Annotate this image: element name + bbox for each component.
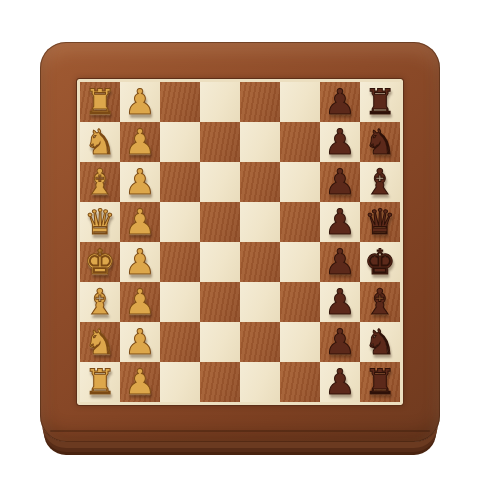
square-a2[interactable]: ♟ (120, 82, 160, 122)
square-g8[interactable]: ♞ (360, 322, 400, 362)
square-g6[interactable] (280, 322, 320, 362)
square-g3[interactable] (160, 322, 200, 362)
square-h6[interactable] (280, 362, 320, 402)
square-c5[interactable] (240, 162, 280, 202)
square-d2[interactable]: ♟ (120, 202, 160, 242)
square-e2[interactable]: ♟ (120, 242, 160, 282)
square-e6[interactable] (280, 242, 320, 282)
square-b1[interactable]: ♞ (80, 122, 120, 162)
wooden-chess-box: ♜♟♟♜♞♟♟♞♝♟♟♝♛♟♟♛♚♟♟♚♝♟♟♝♞♟♟♞♜♟♟♜ (40, 42, 440, 442)
square-c3[interactable] (160, 162, 200, 202)
square-d7[interactable]: ♟ (320, 202, 360, 242)
square-f3[interactable] (160, 282, 200, 322)
black-rook[interactable]: ♜ (360, 362, 400, 402)
black-pawn[interactable]: ♟ (320, 122, 360, 162)
board-frame: ♜♟♟♜♞♟♟♞♝♟♟♝♛♟♟♛♚♟♟♚♝♟♟♝♞♟♟♞♜♟♟♜ (77, 79, 403, 405)
black-knight[interactable]: ♞ (360, 122, 400, 162)
square-c7[interactable]: ♟ (320, 162, 360, 202)
white-pawn[interactable]: ♟ (120, 202, 160, 242)
square-g5[interactable] (240, 322, 280, 362)
square-b2[interactable]: ♟ (120, 122, 160, 162)
square-g2[interactable]: ♟ (120, 322, 160, 362)
square-a1[interactable]: ♜ (80, 82, 120, 122)
black-queen[interactable]: ♛ (360, 202, 400, 242)
square-e4[interactable] (200, 242, 240, 282)
square-d1[interactable]: ♛ (80, 202, 120, 242)
square-h1[interactable]: ♜ (80, 362, 120, 402)
square-b7[interactable]: ♟ (320, 122, 360, 162)
square-f5[interactable] (240, 282, 280, 322)
square-b5[interactable] (240, 122, 280, 162)
white-king[interactable]: ♚ (80, 242, 120, 282)
square-a8[interactable]: ♜ (360, 82, 400, 122)
square-g7[interactable]: ♟ (320, 322, 360, 362)
square-c8[interactable]: ♝ (360, 162, 400, 202)
black-pawn[interactable]: ♟ (320, 282, 360, 322)
square-b4[interactable] (200, 122, 240, 162)
square-f6[interactable] (280, 282, 320, 322)
square-b8[interactable]: ♞ (360, 122, 400, 162)
square-f7[interactable]: ♟ (320, 282, 360, 322)
square-e3[interactable] (160, 242, 200, 282)
white-knight[interactable]: ♞ (80, 122, 120, 162)
square-f2[interactable]: ♟ (120, 282, 160, 322)
white-rook[interactable]: ♜ (80, 362, 120, 402)
square-d3[interactable] (160, 202, 200, 242)
square-h4[interactable] (200, 362, 240, 402)
black-pawn[interactable]: ♟ (320, 162, 360, 202)
white-pawn[interactable]: ♟ (120, 322, 160, 362)
square-f4[interactable] (200, 282, 240, 322)
square-a6[interactable] (280, 82, 320, 122)
square-f8[interactable]: ♝ (360, 282, 400, 322)
white-queen[interactable]: ♛ (80, 202, 120, 242)
white-pawn[interactable]: ♟ (120, 242, 160, 282)
chess-board: ♜♟♟♜♞♟♟♞♝♟♟♝♛♟♟♛♚♟♟♚♝♟♟♝♞♟♟♞♜♟♟♜ (80, 82, 400, 402)
white-bishop[interactable]: ♝ (80, 162, 120, 202)
square-d8[interactable]: ♛ (360, 202, 400, 242)
square-b3[interactable] (160, 122, 200, 162)
black-pawn[interactable]: ♟ (320, 202, 360, 242)
white-rook[interactable]: ♜ (80, 82, 120, 122)
white-pawn[interactable]: ♟ (120, 282, 160, 322)
black-bishop[interactable]: ♝ (360, 162, 400, 202)
black-bishop[interactable]: ♝ (360, 282, 400, 322)
black-knight[interactable]: ♞ (360, 322, 400, 362)
white-pawn[interactable]: ♟ (120, 122, 160, 162)
white-bishop[interactable]: ♝ (80, 282, 120, 322)
black-pawn[interactable]: ♟ (320, 322, 360, 362)
square-e8[interactable]: ♚ (360, 242, 400, 282)
white-pawn[interactable]: ♟ (120, 162, 160, 202)
square-h5[interactable] (240, 362, 280, 402)
white-pawn[interactable]: ♟ (120, 362, 160, 402)
black-pawn[interactable]: ♟ (320, 362, 360, 402)
square-c4[interactable] (200, 162, 240, 202)
square-a3[interactable] (160, 82, 200, 122)
square-d4[interactable] (200, 202, 240, 242)
square-e5[interactable] (240, 242, 280, 282)
square-f1[interactable]: ♝ (80, 282, 120, 322)
square-c6[interactable] (280, 162, 320, 202)
black-pawn[interactable]: ♟ (320, 242, 360, 282)
square-d6[interactable] (280, 202, 320, 242)
black-rook[interactable]: ♜ (360, 82, 400, 122)
square-a5[interactable] (240, 82, 280, 122)
square-a4[interactable] (200, 82, 240, 122)
black-king[interactable]: ♚ (360, 242, 400, 282)
square-a7[interactable]: ♟ (320, 82, 360, 122)
square-c2[interactable]: ♟ (120, 162, 160, 202)
square-h3[interactable] (160, 362, 200, 402)
square-c1[interactable]: ♝ (80, 162, 120, 202)
square-d5[interactable] (240, 202, 280, 242)
white-knight[interactable]: ♞ (80, 322, 120, 362)
square-e1[interactable]: ♚ (80, 242, 120, 282)
square-e7[interactable]: ♟ (320, 242, 360, 282)
black-pawn[interactable]: ♟ (320, 82, 360, 122)
product-photo-scene: ♜♟♟♜♞♟♟♞♝♟♟♝♛♟♟♛♚♟♟♚♝♟♟♝♞♟♟♞♜♟♟♜ (0, 0, 480, 480)
square-g1[interactable]: ♞ (80, 322, 120, 362)
square-h7[interactable]: ♟ (320, 362, 360, 402)
square-h2[interactable]: ♟ (120, 362, 160, 402)
square-g4[interactable] (200, 322, 240, 362)
white-pawn[interactable]: ♟ (120, 82, 160, 122)
square-b6[interactable] (280, 122, 320, 162)
square-h8[interactable]: ♜ (360, 362, 400, 402)
